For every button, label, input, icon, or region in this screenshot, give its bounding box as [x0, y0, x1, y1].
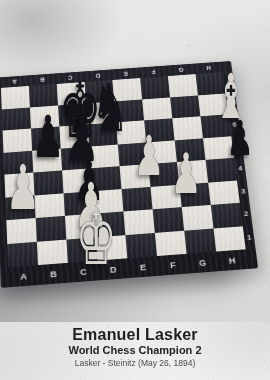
square-d7: [86, 101, 116, 124]
file-label-bottom-d: D: [98, 258, 129, 280]
square-g1: [184, 228, 216, 254]
square-f3: [150, 184, 181, 209]
square-b6: [31, 126, 61, 150]
board-photo-backdrop: ABCDEFGH87654321ABCDEFGH ♝♞♚♟♟♟♟♟♟♟♟♚: [0, 0, 270, 322]
square-b4: [33, 170, 63, 195]
square-g4: [177, 160, 208, 184]
square-a6: [3, 129, 33, 153]
square-d5: [89, 144, 119, 168]
square-c8: [57, 82, 86, 105]
square-d6: [88, 122, 118, 146]
square-e6: [116, 120, 146, 144]
square-f4: [148, 162, 179, 187]
square-g6: [172, 116, 203, 140]
square-g8: [168, 74, 198, 97]
square-g2: [182, 205, 214, 230]
poster-caption: Emanuel Lasker World Chess Champion 2 La…: [0, 326, 270, 370]
file-label-top-b: B: [28, 73, 56, 86]
square-e5: [118, 142, 149, 166]
file-label-top-d: D: [84, 69, 113, 82]
file-label-top-g: G: [167, 64, 196, 76]
square-c2: [65, 214, 96, 239]
poster-title: Emanuel Lasker: [0, 326, 270, 344]
file-label-bottom-c: C: [68, 261, 99, 283]
square-c5: [61, 146, 91, 170]
square-b3: [34, 193, 64, 218]
poster-subtitle: World Chess Champion 2: [0, 344, 270, 358]
file-label-top-c: C: [56, 71, 85, 84]
square-f2: [153, 207, 185, 232]
square-g3: [179, 182, 210, 207]
square-h6: [200, 114, 231, 138]
file-label-bottom-g: G: [187, 252, 219, 274]
chess-poster: ABCDEFGH87654321ABCDEFGH ♝♞♚♟♟♟♟♟♟♟♟♚ Em…: [0, 0, 270, 380]
file-label-top-f: F: [139, 66, 168, 79]
square-b8: [29, 84, 58, 107]
file-label-bottom-b: B: [38, 263, 69, 285]
poster-event: Lasker - Steinitz (May 26, 1894): [0, 357, 270, 370]
square-e1: [125, 232, 157, 258]
square-b5: [32, 148, 62, 172]
file-label-top-e: E: [111, 67, 140, 80]
square-f1: [155, 230, 187, 256]
square-d1: [96, 235, 127, 261]
square-c3: [63, 191, 94, 216]
square-e3: [121, 186, 152, 211]
square-e4: [120, 164, 151, 189]
square-h1: [213, 226, 245, 252]
square-h4: [205, 158, 236, 182]
square-c1: [66, 237, 97, 263]
square-f7: [142, 97, 172, 120]
file-label-top-h: H: [194, 62, 223, 74]
file-label-bottom-h: H: [216, 249, 248, 271]
square-d4: [91, 166, 122, 191]
square-f6: [144, 118, 174, 142]
square-b1: [37, 239, 68, 265]
square-c7: [58, 103, 88, 126]
square-h5: [203, 136, 234, 160]
square-e8: [112, 78, 142, 101]
square-h3: [208, 180, 240, 205]
square-c4: [62, 168, 92, 193]
square-f5: [146, 140, 177, 164]
square-e7: [114, 99, 144, 122]
square-a2: [6, 218, 37, 244]
square-b7: [30, 105, 59, 128]
square-h2: [211, 203, 243, 228]
square-a4: [4, 173, 34, 198]
square-a7: [2, 107, 31, 131]
chess-board: ABCDEFGH87654321ABCDEFGH: [0, 61, 258, 288]
square-f8: [140, 76, 170, 99]
square-h8: [195, 72, 225, 95]
square-c6: [59, 124, 89, 148]
square-d3: [92, 189, 123, 214]
file-label-top-a: A: [0, 75, 28, 88]
square-a1: [7, 241, 38, 267]
square-a3: [5, 195, 35, 220]
square-g5: [175, 138, 206, 162]
square-d8: [85, 80, 115, 103]
square-a8: [1, 86, 30, 109]
file-label-bottom-e: E: [127, 256, 159, 278]
file-label-bottom-f: F: [157, 254, 189, 276]
square-d2: [94, 211, 125, 236]
file-label-bottom-a: A: [8, 265, 39, 287]
square-e2: [123, 209, 154, 234]
square-b2: [36, 216, 67, 242]
square-g7: [170, 95, 200, 118]
square-a5: [3, 150, 33, 174]
square-h7: [198, 93, 229, 116]
